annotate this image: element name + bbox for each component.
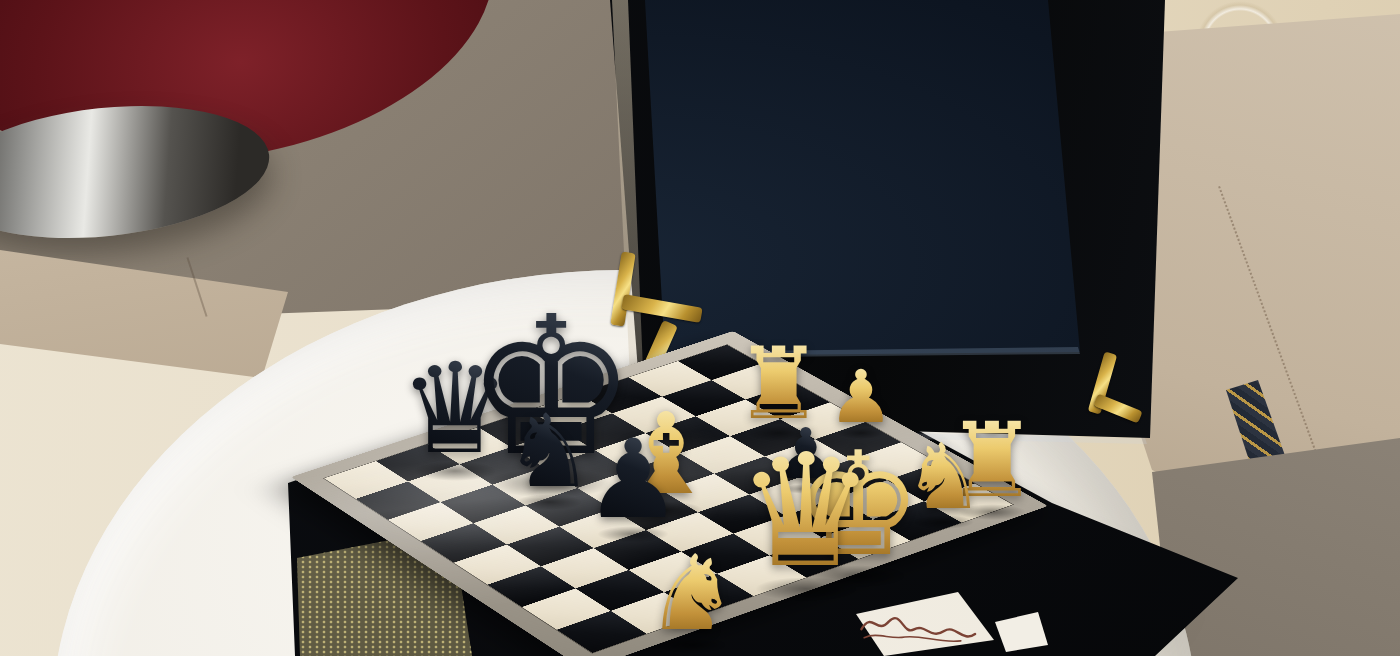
chess-set-photo-scene: ♜♟♛♚♟♞♝♜♞♟♚♛♞ [0,0,1400,656]
